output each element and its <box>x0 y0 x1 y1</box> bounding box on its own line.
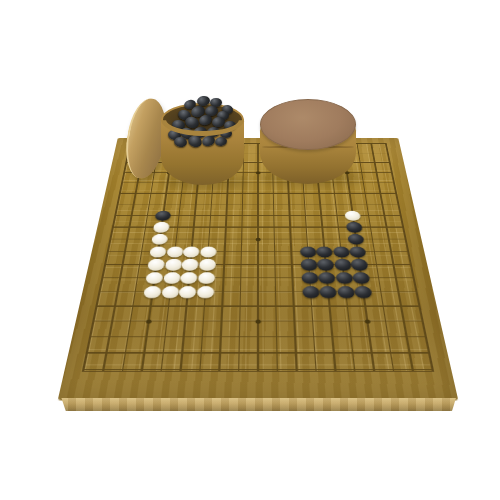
board-front-edge <box>59 398 458 411</box>
bowl-lid-top <box>260 99 356 150</box>
heap-black-stone <box>214 136 227 147</box>
star-point <box>146 320 152 324</box>
product-photo-scene <box>0 0 500 500</box>
star-point <box>255 320 260 324</box>
stone-bowl-closed <box>259 99 357 184</box>
star-point <box>365 320 371 324</box>
star-point <box>256 238 261 241</box>
stone-bowl-open <box>161 103 244 185</box>
